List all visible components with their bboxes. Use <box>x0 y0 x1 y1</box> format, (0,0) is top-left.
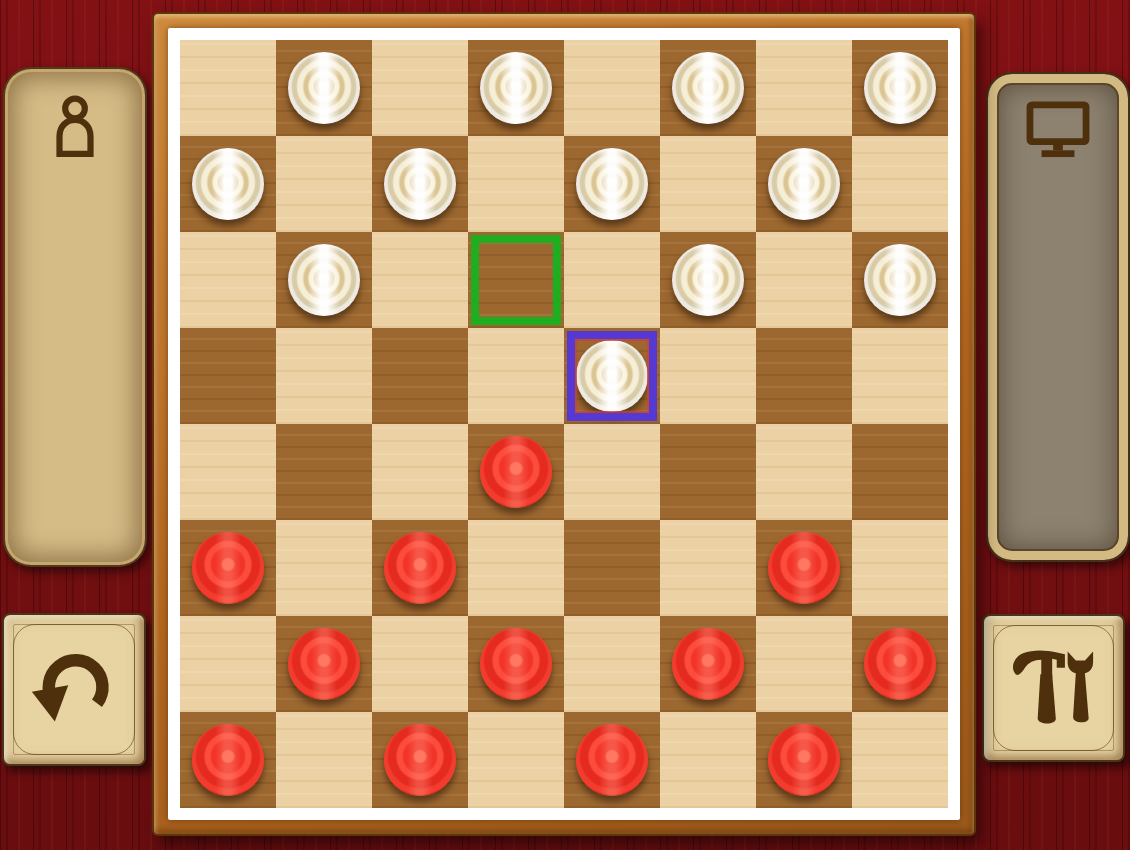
board-cell <box>852 520 948 616</box>
white-piece[interactable] <box>288 244 360 316</box>
red-piece[interactable] <box>384 532 456 604</box>
white-piece[interactable] <box>576 340 648 412</box>
board-cell <box>852 328 948 424</box>
board-cell <box>180 40 276 136</box>
board-cell[interactable] <box>180 136 276 232</box>
checkers-board <box>152 12 976 836</box>
board-cell <box>564 616 660 712</box>
white-piece[interactable] <box>384 148 456 220</box>
board-cell[interactable] <box>276 616 372 712</box>
board-cell <box>756 616 852 712</box>
board-cell <box>372 424 468 520</box>
game-screen <box>0 0 1130 850</box>
board-cell[interactable] <box>660 424 756 520</box>
board-cell <box>756 40 852 136</box>
board-cell <box>660 136 756 232</box>
board-cell <box>180 424 276 520</box>
board-cell[interactable] <box>372 136 468 232</box>
board-cell <box>276 520 372 616</box>
red-piece[interactable] <box>576 724 648 796</box>
undo-button[interactable] <box>2 613 146 766</box>
red-piece[interactable] <box>864 628 936 700</box>
computer-player-panel <box>986 72 1130 562</box>
board-cell[interactable] <box>276 232 372 328</box>
board-cell[interactable] <box>564 136 660 232</box>
white-piece[interactable] <box>864 52 936 124</box>
board-cell <box>468 520 564 616</box>
white-piece[interactable] <box>576 148 648 220</box>
board-cell <box>180 232 276 328</box>
board-cell[interactable] <box>564 328 660 424</box>
board-cell[interactable] <box>468 232 564 328</box>
board-cell <box>564 424 660 520</box>
board-cell <box>756 424 852 520</box>
move-origin-highlight <box>471 235 561 325</box>
board-cell[interactable] <box>756 712 852 808</box>
board-cell <box>468 712 564 808</box>
white-piece[interactable] <box>672 244 744 316</box>
board-grid <box>180 40 948 808</box>
board-cell[interactable] <box>276 424 372 520</box>
board-cell[interactable] <box>852 424 948 520</box>
red-piece[interactable] <box>672 628 744 700</box>
board-cell[interactable] <box>756 520 852 616</box>
board-cell[interactable] <box>756 136 852 232</box>
board-cell[interactable] <box>564 712 660 808</box>
board-cell[interactable] <box>372 328 468 424</box>
board-cell <box>852 712 948 808</box>
board-cell[interactable] <box>660 232 756 328</box>
board-cell[interactable] <box>852 616 948 712</box>
person-icon <box>52 95 98 161</box>
white-piece[interactable] <box>192 148 264 220</box>
board-cell <box>660 328 756 424</box>
hammer-wrench-icon <box>1004 644 1104 732</box>
board-cell[interactable] <box>468 424 564 520</box>
board-cell[interactable] <box>180 328 276 424</box>
board-cell[interactable] <box>756 328 852 424</box>
monitor-icon <box>1025 100 1091 162</box>
board-cell <box>468 328 564 424</box>
board-cell <box>564 232 660 328</box>
board-cell <box>372 616 468 712</box>
board-cell[interactable] <box>660 40 756 136</box>
board-cell <box>660 520 756 616</box>
board-inner-border <box>168 28 960 820</box>
board-cell <box>276 328 372 424</box>
board-cell <box>276 136 372 232</box>
board-cell[interactable] <box>852 40 948 136</box>
board-cell[interactable] <box>468 616 564 712</box>
red-piece[interactable] <box>288 628 360 700</box>
board-cell[interactable] <box>372 712 468 808</box>
board-cell <box>756 232 852 328</box>
white-piece[interactable] <box>480 52 552 124</box>
board-cell[interactable] <box>660 616 756 712</box>
red-piece[interactable] <box>192 724 264 796</box>
board-cell <box>276 712 372 808</box>
red-piece[interactable] <box>480 436 552 508</box>
tools-button[interactable] <box>982 614 1125 762</box>
board-cell[interactable] <box>180 712 276 808</box>
red-piece[interactable] <box>480 628 552 700</box>
red-piece[interactable] <box>384 724 456 796</box>
board-cell <box>372 40 468 136</box>
board-cell <box>852 136 948 232</box>
red-piece[interactable] <box>768 724 840 796</box>
human-player-panel <box>3 67 147 567</box>
board-cell <box>180 616 276 712</box>
white-piece[interactable] <box>768 148 840 220</box>
board-cell <box>564 40 660 136</box>
board-cell[interactable] <box>180 520 276 616</box>
board-cell[interactable] <box>468 40 564 136</box>
undo-arrow-icon <box>28 647 120 733</box>
board-cell <box>468 136 564 232</box>
red-piece[interactable] <box>192 532 264 604</box>
white-piece[interactable] <box>864 244 936 316</box>
board-cell <box>660 712 756 808</box>
white-piece[interactable] <box>288 52 360 124</box>
red-piece[interactable] <box>768 532 840 604</box>
board-cell[interactable] <box>852 232 948 328</box>
board-cell[interactable] <box>372 520 468 616</box>
board-cell <box>372 232 468 328</box>
board-cell[interactable] <box>564 520 660 616</box>
board-cell[interactable] <box>276 40 372 136</box>
white-piece[interactable] <box>672 52 744 124</box>
